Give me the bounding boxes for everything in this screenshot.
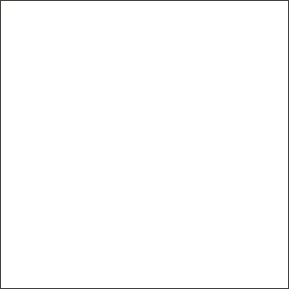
chess-board <box>0 0 289 289</box>
